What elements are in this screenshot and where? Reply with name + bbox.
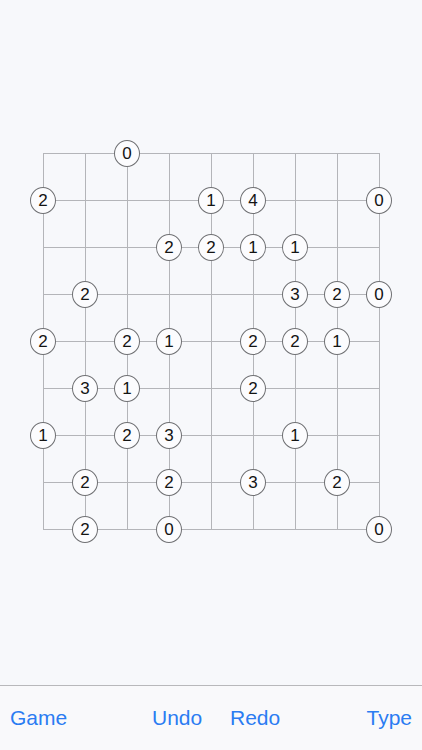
clue-r7c3: 2 bbox=[156, 469, 182, 496]
clue-r5c5: 2 bbox=[240, 375, 266, 402]
clue-r4c3: 1 bbox=[156, 328, 182, 355]
clue-r4c0: 2 bbox=[30, 328, 56, 355]
clue-r0c2: 0 bbox=[114, 140, 140, 167]
clue-r1c5: 4 bbox=[240, 187, 266, 214]
clue-r7c7: 2 bbox=[324, 469, 350, 496]
clue-r1c0: 2 bbox=[30, 187, 56, 214]
clue-r8c1: 2 bbox=[72, 516, 98, 543]
clue-r3c7: 2 bbox=[324, 281, 350, 308]
clue-r8c3: 0 bbox=[156, 516, 182, 543]
game-button[interactable]: Game bbox=[10, 706, 67, 730]
clue-r2c5: 1 bbox=[240, 234, 266, 261]
slant-puzzle-board[interactable]: 021402211232022122131212312232200 bbox=[0, 0, 422, 560]
clue-r7c5: 3 bbox=[240, 469, 266, 496]
clue-r4c2: 2 bbox=[114, 328, 140, 355]
type-button[interactable]: Type bbox=[366, 706, 412, 730]
clue-r3c8: 0 bbox=[366, 281, 392, 308]
clue-r5c1: 3 bbox=[72, 375, 98, 402]
clue-r1c8: 0 bbox=[366, 187, 392, 214]
clue-r2c3: 2 bbox=[156, 234, 182, 261]
clue-r7c1: 2 bbox=[72, 469, 98, 496]
clue-r3c1: 2 bbox=[72, 281, 98, 308]
clue-r4c6: 2 bbox=[282, 328, 308, 355]
clue-r8c8: 0 bbox=[366, 516, 392, 543]
clue-r5c2: 1 bbox=[114, 375, 140, 402]
clue-r1c4: 1 bbox=[198, 187, 224, 214]
clue-r2c6: 1 bbox=[282, 234, 308, 261]
undo-button[interactable]: Undo bbox=[152, 706, 202, 730]
clue-r2c4: 2 bbox=[198, 234, 224, 261]
clue-r3c6: 3 bbox=[282, 281, 308, 308]
app-screen: 021402211232022122131212312232200 Game U… bbox=[0, 0, 422, 750]
redo-button[interactable]: Redo bbox=[230, 706, 280, 730]
bottom-toolbar: Game Undo Redo Type bbox=[0, 685, 422, 750]
clue-r6c2: 2 bbox=[114, 422, 140, 449]
clue-r6c3: 3 bbox=[156, 422, 182, 449]
clue-r6c6: 1 bbox=[282, 422, 308, 449]
clue-r6c0: 1 bbox=[30, 422, 56, 449]
clue-r4c5: 2 bbox=[240, 328, 266, 355]
clue-r4c7: 1 bbox=[324, 328, 350, 355]
